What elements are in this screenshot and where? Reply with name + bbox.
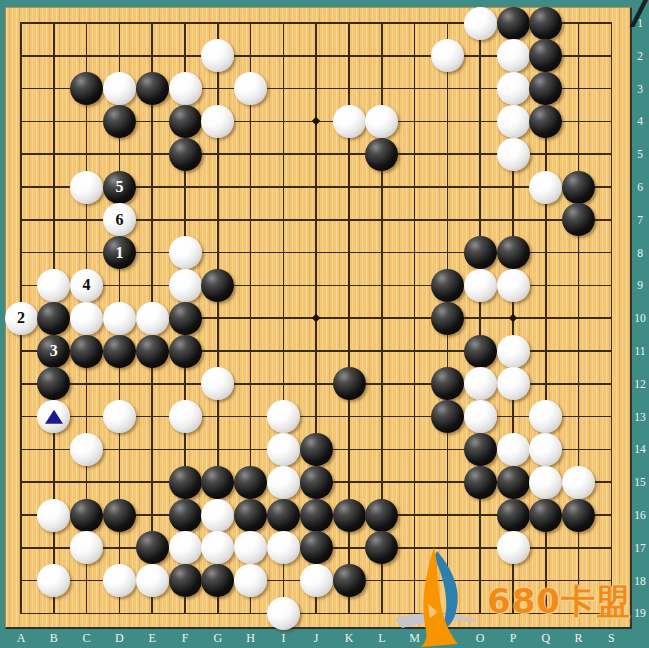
stone-black-Q1[interactable] xyxy=(529,7,562,40)
col-label-R: R xyxy=(568,631,590,646)
stone-black-N9[interactable] xyxy=(431,269,464,302)
row-label-1: 1 xyxy=(631,16,649,30)
stone-white-Q15[interactable] xyxy=(529,466,562,499)
stone-black-N13[interactable] xyxy=(431,400,464,433)
stone-black-P15[interactable] xyxy=(497,466,530,499)
stone-white-O1[interactable] xyxy=(464,7,497,40)
stone-black-R7[interactable] xyxy=(562,203,595,236)
stone-black-Q3[interactable] xyxy=(529,72,562,105)
stone-white-H18[interactable] xyxy=(234,564,267,597)
col-label-P: P xyxy=(502,631,524,646)
stone-white-Q6[interactable] xyxy=(529,171,562,204)
row-label-16: 16 xyxy=(631,508,649,522)
stone-white-I15[interactable] xyxy=(267,466,300,499)
stone-black-O8[interactable] xyxy=(464,236,497,269)
row-label-5: 5 xyxy=(631,147,649,161)
stone-white-F17[interactable] xyxy=(169,531,202,564)
col-label-A: A xyxy=(10,631,32,646)
stone-black-G9[interactable] xyxy=(201,269,234,302)
stone-black-R6[interactable] xyxy=(562,171,595,204)
row-label-8: 8 xyxy=(631,246,649,260)
stone-white-D7[interactable]: 6 xyxy=(103,203,136,236)
col-label-F: F xyxy=(174,631,196,646)
col-label-G: G xyxy=(207,631,229,646)
stone-white-P5[interactable] xyxy=(497,138,530,171)
stone-black-F18[interactable] xyxy=(169,564,202,597)
stone-white-G2[interactable] xyxy=(201,39,234,72)
stone-black-H16[interactable] xyxy=(234,499,267,532)
stone-black-F5[interactable] xyxy=(169,138,202,171)
col-label-S: S xyxy=(600,631,622,646)
stone-white-R15[interactable] xyxy=(562,466,595,499)
stone-white-I14[interactable] xyxy=(267,433,300,466)
stone-white-P2[interactable] xyxy=(497,39,530,72)
stone-black-K12[interactable] xyxy=(333,367,366,400)
row-label-18: 18 xyxy=(631,574,649,588)
stone-white-C17[interactable] xyxy=(70,531,103,564)
move-number-1: 1 xyxy=(103,236,136,269)
stone-black-C16[interactable] xyxy=(70,499,103,532)
stone-white-D18[interactable] xyxy=(103,564,136,597)
stone-white-P9[interactable] xyxy=(497,269,530,302)
stone-white-I17[interactable] xyxy=(267,531,300,564)
stone-white-C14[interactable] xyxy=(70,433,103,466)
stone-white-D13[interactable] xyxy=(103,400,136,433)
col-label-Q: Q xyxy=(535,631,557,646)
stone-black-B10[interactable] xyxy=(37,302,70,335)
stone-white-F8[interactable] xyxy=(169,236,202,269)
stone-white-F3[interactable] xyxy=(169,72,202,105)
stone-black-P8[interactable] xyxy=(497,236,530,269)
stone-black-R16[interactable] xyxy=(562,499,595,532)
row-label-9: 9 xyxy=(631,278,649,292)
move-number-3: 3 xyxy=(37,335,70,368)
stone-black-F15[interactable] xyxy=(169,466,202,499)
sailboat-logo-icon xyxy=(392,542,484,648)
stone-white-P17[interactable] xyxy=(497,531,530,564)
row-label-17: 17 xyxy=(631,541,649,555)
stone-white-Q14[interactable] xyxy=(529,433,562,466)
stone-black-P1[interactable] xyxy=(497,7,530,40)
stone-black-I16[interactable] xyxy=(267,499,300,532)
stone-white-O13[interactable] xyxy=(464,400,497,433)
stone-black-B12[interactable] xyxy=(37,367,70,400)
stone-white-E18[interactable] xyxy=(136,564,169,597)
stone-white-C9[interactable]: 4 xyxy=(70,269,103,302)
row-label-19: 19 xyxy=(631,606,649,620)
col-label-B: B xyxy=(43,631,65,646)
stone-white-G4[interactable] xyxy=(201,105,234,138)
stone-white-C10[interactable] xyxy=(70,302,103,335)
stone-white-B16[interactable] xyxy=(37,499,70,532)
col-label-J: J xyxy=(305,631,327,646)
stone-black-F16[interactable] xyxy=(169,499,202,532)
stone-white-H3[interactable] xyxy=(234,72,267,105)
star-point-P10 xyxy=(509,314,517,322)
grid-line-vertical xyxy=(479,22,481,614)
stone-black-J17[interactable] xyxy=(300,531,333,564)
grid-line-vertical xyxy=(414,22,416,614)
stone-black-N12[interactable] xyxy=(431,367,464,400)
stone-black-Q2[interactable] xyxy=(529,39,562,72)
stone-white-F13[interactable] xyxy=(169,400,202,433)
stone-black-D4[interactable] xyxy=(103,105,136,138)
col-label-C: C xyxy=(76,631,98,646)
stone-black-G15[interactable] xyxy=(201,466,234,499)
stone-black-E11[interactable] xyxy=(136,335,169,368)
row-label-10: 10 xyxy=(631,311,649,325)
stone-black-L16[interactable] xyxy=(365,499,398,532)
col-label-E: E xyxy=(141,631,163,646)
stone-black-K18[interactable] xyxy=(333,564,366,597)
triangle-marker-icon xyxy=(45,409,63,423)
stone-black-O11[interactable] xyxy=(464,335,497,368)
stone-white-P12[interactable] xyxy=(497,367,530,400)
move-number-5: 5 xyxy=(103,171,136,204)
stone-black-G18[interactable] xyxy=(201,564,234,597)
move-number-6: 6 xyxy=(103,203,136,236)
stone-white-H17[interactable] xyxy=(234,531,267,564)
row-label-12: 12 xyxy=(631,377,649,391)
stone-black-J14[interactable] xyxy=(300,433,333,466)
stone-black-J16[interactable] xyxy=(300,499,333,532)
stone-black-J15[interactable] xyxy=(300,466,333,499)
stone-white-D10[interactable] xyxy=(103,302,136,335)
row-label-11: 11 xyxy=(631,344,649,358)
stone-white-B18[interactable] xyxy=(37,564,70,597)
col-label-H: H xyxy=(240,631,262,646)
stone-white-P14[interactable] xyxy=(497,433,530,466)
stone-white-J18[interactable] xyxy=(300,564,333,597)
star-point-J4 xyxy=(312,117,320,125)
stone-white-I13[interactable] xyxy=(267,400,300,433)
stone-white-I19[interactable] xyxy=(267,597,300,630)
stone-black-D11[interactable] xyxy=(103,335,136,368)
stone-black-D6[interactable]: 5 xyxy=(103,171,136,204)
stone-black-C11[interactable] xyxy=(70,335,103,368)
row-label-13: 13 xyxy=(631,410,649,424)
stone-white-G12[interactable] xyxy=(201,367,234,400)
row-label-7: 7 xyxy=(631,213,649,227)
col-label-L: L xyxy=(371,631,393,646)
stone-white-O12[interactable] xyxy=(464,367,497,400)
stone-white-Q13[interactable] xyxy=(529,400,562,433)
stone-black-E3[interactable] xyxy=(136,72,169,105)
stone-black-D16[interactable] xyxy=(103,499,136,532)
row-label-3: 3 xyxy=(631,82,649,96)
stone-black-Q4[interactable] xyxy=(529,105,562,138)
star-point-J10 xyxy=(312,314,320,322)
stone-black-K16[interactable] xyxy=(333,499,366,532)
grid-line-vertical xyxy=(611,22,613,614)
stone-black-E17[interactable] xyxy=(136,531,169,564)
stone-black-H15[interactable] xyxy=(234,466,267,499)
stone-white-D3[interactable] xyxy=(103,72,136,105)
col-label-K: K xyxy=(338,631,360,646)
stone-white-E10[interactable] xyxy=(136,302,169,335)
stone-white-K4[interactable] xyxy=(333,105,366,138)
stone-black-F4[interactable] xyxy=(169,105,202,138)
stone-black-B11[interactable]: 3 xyxy=(37,335,70,368)
row-label-14: 14 xyxy=(631,442,649,456)
board-overlay: 561423ABCDEFGHIJKLMNOPQRS123456789101112… xyxy=(0,0,649,648)
stone-white-B13[interactable] xyxy=(37,400,70,433)
stone-white-N2[interactable] xyxy=(431,39,464,72)
move-number-4: 4 xyxy=(70,269,103,302)
stone-black-L5[interactable] xyxy=(365,138,398,171)
watermark-text: 680卡盟 xyxy=(487,584,631,618)
stone-white-P4[interactable] xyxy=(497,105,530,138)
row-label-4: 4 xyxy=(631,114,649,128)
stone-white-A10[interactable]: 2 xyxy=(5,302,38,335)
stone-white-C6[interactable] xyxy=(70,171,103,204)
stone-black-F11[interactable] xyxy=(169,335,202,368)
col-label-D: D xyxy=(108,631,130,646)
stone-black-C3[interactable] xyxy=(70,72,103,105)
stone-white-F9[interactable] xyxy=(169,269,202,302)
stone-black-O15[interactable] xyxy=(464,466,497,499)
row-label-6: 6 xyxy=(631,180,649,194)
stone-white-L4[interactable] xyxy=(365,105,398,138)
stone-white-G16[interactable] xyxy=(201,499,234,532)
screen: 561423ABCDEFGHIJKLMNOPQRS123456789101112… xyxy=(0,0,649,648)
stone-black-O14[interactable] xyxy=(464,433,497,466)
stone-black-F10[interactable] xyxy=(169,302,202,335)
stone-black-Q16[interactable] xyxy=(529,499,562,532)
move-number-2: 2 xyxy=(5,302,38,335)
stone-black-D8[interactable]: 1 xyxy=(103,236,136,269)
stone-white-G17[interactable] xyxy=(201,531,234,564)
col-label-I: I xyxy=(272,631,294,646)
stone-white-P3[interactable] xyxy=(497,72,530,105)
row-label-2: 2 xyxy=(631,49,649,63)
stone-white-O9[interactable] xyxy=(464,269,497,302)
stone-black-N10[interactable] xyxy=(431,302,464,335)
stone-white-B9[interactable] xyxy=(37,269,70,302)
stone-black-P16[interactable] xyxy=(497,499,530,532)
stone-white-P11[interactable] xyxy=(497,335,530,368)
row-label-15: 15 xyxy=(631,475,649,489)
